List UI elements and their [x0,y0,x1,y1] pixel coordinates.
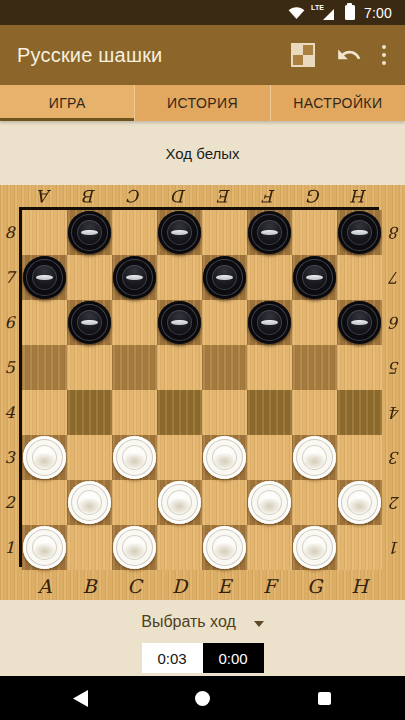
square-h7[interactable] [337,255,382,300]
black-piece-d8[interactable] [158,211,201,254]
white-piece-c1[interactable] [113,526,156,569]
signal-triangle-icon [323,9,334,20]
square-h3[interactable] [337,435,382,480]
piece-shine [171,230,187,236]
black-piece-a7[interactable] [23,256,66,299]
white-piece-g3[interactable] [293,436,336,479]
piece-shine [171,320,187,326]
white-piece-e3[interactable] [203,436,246,479]
status-bar: LTE 7:00 [0,0,405,25]
rank-label: 3 [0,435,19,480]
piece-shine [216,275,232,281]
square-b1[interactable] [67,525,112,570]
home-icon[interactable] [193,688,213,708]
white-piece-b2[interactable] [68,481,111,524]
square-a4[interactable] [22,390,67,435]
square-d6[interactable] [157,300,202,345]
piece-shine [124,453,145,468]
app-title: Русские шашки [17,44,291,67]
square-b3[interactable] [67,435,112,480]
board-icon[interactable] [291,43,315,67]
move-picker-label: Выбрать ход [141,613,236,631]
piece-shine [261,230,277,236]
file-label: E [202,573,247,600]
piece-shine [306,275,322,281]
battery-icon [345,5,355,20]
white-piece-e1[interactable] [203,526,246,569]
square-g1[interactable] [292,525,337,570]
file-label: H [337,573,382,600]
tab-game[interactable]: ИГРА [0,85,134,121]
square-h6[interactable] [337,300,382,345]
board-area: ABCDEFGH 87654321 87654321 ABCDEFGH [0,185,405,600]
square-d1[interactable] [157,525,202,570]
square-b6[interactable] [67,300,112,345]
square-f2[interactable] [247,480,292,525]
black-piece-f6[interactable] [248,301,291,344]
black-piece-f8[interactable] [248,211,291,254]
piece-shine [259,498,280,513]
square-g7[interactable] [292,255,337,300]
piece-shine [304,543,325,558]
rank-label: 4 [385,390,405,435]
square-a5[interactable] [22,345,67,390]
file-label: D [157,573,202,600]
file-label: E [202,185,247,207]
piece-shine [126,275,142,281]
square-f1[interactable] [247,525,292,570]
white-piece-h2[interactable] [338,481,381,524]
square-b8[interactable] [67,210,112,255]
white-timer: 0:03 [142,643,203,673]
clock-time: 7:00 [364,5,392,21]
turn-status-text: Ход белых [165,145,239,162]
tab-game-label: ИГРА [49,95,86,111]
square-a7[interactable] [22,255,67,300]
white-piece-c3[interactable] [113,436,156,479]
square-g6[interactable] [292,300,337,345]
square-c5[interactable] [112,345,157,390]
file-label: B [67,185,112,207]
rank-label: 8 [0,210,19,255]
tab-selected-underline [0,118,134,121]
recents-icon[interactable] [315,688,335,708]
white-piece-a1[interactable] [23,526,66,569]
rank-label: 5 [0,345,19,390]
square-c6[interactable] [112,300,157,345]
square-f3[interactable] [247,435,292,480]
tab-history-label: ИСТОРИЯ [167,95,238,111]
file-label: F [247,185,292,207]
rank-label: 7 [0,255,19,300]
square-g5[interactable] [292,345,337,390]
square-f6[interactable] [247,300,292,345]
square-b5[interactable] [67,345,112,390]
file-label: H [337,185,382,207]
file-label: A [22,573,67,600]
piece-shine [36,275,52,281]
rank-label: 4 [0,390,19,435]
turn-status-strip: Ход белых [0,121,405,185]
bottom-controls: Выбрать ход 0:03 0:00 [0,600,405,676]
square-c1[interactable] [112,525,157,570]
white-piece-d2[interactable] [158,481,201,524]
piece-shine [79,498,100,513]
square-d4[interactable] [157,390,202,435]
square-d2[interactable] [157,480,202,525]
rank-label: 6 [0,300,19,345]
square-c7[interactable] [112,255,157,300]
overflow-menu-icon[interactable] [379,45,390,66]
square-e1[interactable] [202,525,247,570]
file-label: B [67,573,112,600]
rank-label: 5 [385,345,405,390]
square-f8[interactable] [247,210,292,255]
square-d8[interactable] [157,210,202,255]
square-h4[interactable] [337,390,382,435]
square-c2[interactable] [112,480,157,525]
tab-settings[interactable]: НАСТРОЙКИ [270,85,405,121]
rank-label: 8 [385,210,405,255]
white-piece-f2[interactable] [248,481,291,524]
undo-icon[interactable] [336,42,362,68]
black-piece-d6[interactable] [158,301,201,344]
piece-shine [351,230,367,236]
square-e8[interactable] [202,210,247,255]
back-icon[interactable] [71,688,91,708]
piece-shine [214,453,235,468]
file-label: C [112,573,157,600]
square-h5[interactable] [337,345,382,390]
square-e4[interactable] [202,390,247,435]
black-piece-h6[interactable] [338,301,381,344]
black-piece-b8[interactable] [68,211,111,254]
rank-label: 3 [385,435,405,480]
black-piece-g7[interactable] [293,256,336,299]
file-label: G [292,573,337,600]
rank-labels-left: 87654321 [0,210,19,570]
rank-label: 7 [385,255,405,300]
square-b2[interactable] [67,480,112,525]
square-b7[interactable] [67,255,112,300]
android-nav-bar [0,676,405,720]
rank-label: 6 [385,300,405,345]
square-g3[interactable] [292,435,337,480]
square-d3[interactable] [157,435,202,480]
piece-shine [349,498,370,513]
square-g4[interactable] [292,390,337,435]
file-label: D [157,185,202,207]
file-label: F [247,573,292,600]
black-timer: 0:00 [203,643,264,673]
file-label: C [112,185,157,207]
square-f5[interactable] [247,345,292,390]
rank-label: 2 [385,480,405,525]
square-e3[interactable] [202,435,247,480]
square-e2[interactable] [202,480,247,525]
square-e7[interactable] [202,255,247,300]
square-g8[interactable] [292,210,337,255]
piece-shine [351,320,367,326]
app-bar: Русские шашки [0,25,405,85]
piece-shine [214,543,235,558]
file-label: A [22,185,67,207]
piece-shine [169,498,190,513]
wifi-icon [288,6,305,20]
square-d7[interactable] [157,255,202,300]
square-c4[interactable] [112,390,157,435]
square-h2[interactable] [337,480,382,525]
white-piece-a3[interactable] [23,436,66,479]
black-piece-h8[interactable] [338,211,381,254]
file-labels-top: ABCDEFGH [22,185,382,207]
move-picker-dropdown[interactable]: Выбрать ход [141,609,264,635]
file-label: G [292,185,337,207]
square-c8[interactable] [112,210,157,255]
square-a1[interactable] [22,525,67,570]
square-f4[interactable] [247,390,292,435]
tab-bar: ИГРА ИСТОРИЯ НАСТРОЙКИ [0,85,405,121]
black-piece-e7[interactable] [203,256,246,299]
square-e6[interactable] [202,300,247,345]
piece-shine [304,453,325,468]
piece-shine [34,543,55,558]
square-h1[interactable] [337,525,382,570]
piece-shine [261,320,277,326]
square-a6[interactable] [22,300,67,345]
lte-signal-icon: LTE [311,5,334,20]
piece-shine [124,543,145,558]
rank-labels-right: 87654321 [385,210,405,570]
white-piece-g1[interactable] [293,526,336,569]
file-labels-bottom: ABCDEFGH [22,573,382,600]
rank-label: 2 [0,480,19,525]
square-d5[interactable] [157,345,202,390]
square-b4[interactable] [67,390,112,435]
square-g2[interactable] [292,480,337,525]
tab-history[interactable]: ИСТОРИЯ [134,85,269,121]
square-h8[interactable] [337,210,382,255]
tab-settings-label: НАСТРОЙКИ [293,95,382,111]
black-piece-c7[interactable] [113,256,156,299]
piece-shine [34,453,55,468]
square-f7[interactable] [247,255,292,300]
square-a8[interactable] [22,210,67,255]
piece-shine [81,320,97,326]
square-c3[interactable] [112,435,157,480]
chevron-down-icon [254,621,264,627]
square-a2[interactable] [22,480,67,525]
board[interactable] [19,207,379,567]
rank-label: 1 [0,525,19,570]
rank-label: 1 [385,525,405,570]
black-piece-b6[interactable] [68,301,111,344]
timer-row: 0:03 0:00 [142,643,264,673]
square-e5[interactable] [202,345,247,390]
square-a3[interactable] [22,435,67,480]
piece-shine [81,230,97,236]
